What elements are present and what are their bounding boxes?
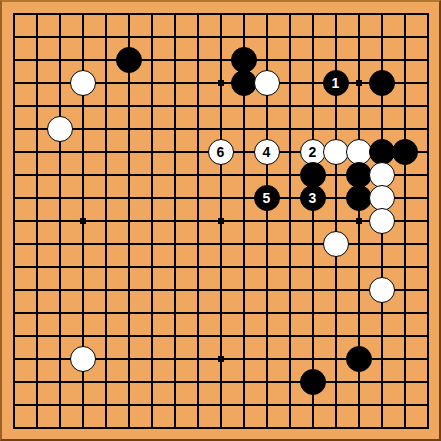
- board-cell[interactable]: [232, 48, 255, 71]
- board-cell[interactable]: [163, 416, 186, 439]
- board-cell[interactable]: [232, 94, 255, 117]
- board-cell[interactable]: [370, 94, 393, 117]
- board-cell[interactable]: [48, 186, 71, 209]
- board-cell[interactable]: [301, 416, 324, 439]
- board-cell[interactable]: [186, 117, 209, 140]
- board-cell[interactable]: [324, 370, 347, 393]
- board-cell[interactable]: [209, 347, 232, 370]
- board-cell[interactable]: [94, 301, 117, 324]
- board-cell[interactable]: [71, 416, 94, 439]
- board-cell[interactable]: [416, 48, 439, 71]
- board-cell[interactable]: [416, 324, 439, 347]
- board-cell[interactable]: [2, 393, 25, 416]
- board-cell[interactable]: [2, 48, 25, 71]
- board-cell[interactable]: [186, 255, 209, 278]
- board-cell[interactable]: [232, 2, 255, 25]
- board-cell[interactable]: [25, 324, 48, 347]
- board-cell[interactable]: [347, 25, 370, 48]
- board-cell[interactable]: [416, 416, 439, 439]
- board-cell[interactable]: [117, 140, 140, 163]
- board-cell[interactable]: [117, 163, 140, 186]
- board-cell[interactable]: [163, 186, 186, 209]
- board-cell[interactable]: [71, 232, 94, 255]
- board-cell[interactable]: [71, 94, 94, 117]
- board-cell[interactable]: [370, 48, 393, 71]
- board-cell[interactable]: [71, 324, 94, 347]
- board-cell[interactable]: [232, 71, 255, 94]
- board-cell[interactable]: [370, 416, 393, 439]
- board-cell[interactable]: [25, 71, 48, 94]
- board-cell[interactable]: [2, 163, 25, 186]
- board-cell[interactable]: [140, 163, 163, 186]
- board-cell[interactable]: [324, 347, 347, 370]
- board-cell[interactable]: [94, 370, 117, 393]
- board-cell[interactable]: [117, 25, 140, 48]
- board-cell[interactable]: [71, 163, 94, 186]
- board-cell[interactable]: [71, 370, 94, 393]
- board-cell[interactable]: [209, 393, 232, 416]
- board-cell[interactable]: [186, 186, 209, 209]
- board-cell[interactable]: [232, 163, 255, 186]
- board-cell[interactable]: [186, 71, 209, 94]
- board-cell[interactable]: [393, 324, 416, 347]
- board-cell[interactable]: [301, 255, 324, 278]
- board-cell[interactable]: [163, 48, 186, 71]
- board-cell[interactable]: [416, 2, 439, 25]
- board-cell[interactable]: [301, 71, 324, 94]
- board-cell[interactable]: [48, 347, 71, 370]
- board-cell[interactable]: [370, 347, 393, 370]
- board-cell[interactable]: [140, 48, 163, 71]
- board-cell[interactable]: [186, 140, 209, 163]
- board-cell[interactable]: [163, 255, 186, 278]
- board-cell[interactable]: [209, 370, 232, 393]
- board-cell[interactable]: [209, 209, 232, 232]
- board-cell[interactable]: [186, 94, 209, 117]
- board-cell[interactable]: [370, 324, 393, 347]
- board-cell[interactable]: [232, 117, 255, 140]
- board-cell[interactable]: [2, 140, 25, 163]
- board-cell[interactable]: [255, 48, 278, 71]
- board-cell[interactable]: [209, 2, 232, 25]
- board-cell[interactable]: [71, 347, 94, 370]
- board-cell[interactable]: [186, 25, 209, 48]
- board-cell[interactable]: 4: [255, 140, 278, 163]
- board-cell[interactable]: [347, 186, 370, 209]
- board-cell[interactable]: [71, 48, 94, 71]
- board-cell[interactable]: [301, 301, 324, 324]
- board-cell[interactable]: [278, 163, 301, 186]
- board-cell[interactable]: [163, 347, 186, 370]
- board-cell[interactable]: [301, 278, 324, 301]
- board-cell[interactable]: [255, 209, 278, 232]
- board-cell[interactable]: [370, 370, 393, 393]
- board-cell[interactable]: [186, 416, 209, 439]
- board-cell[interactable]: [347, 416, 370, 439]
- board-cell[interactable]: [94, 163, 117, 186]
- board-cell[interactable]: [416, 117, 439, 140]
- board-cell[interactable]: [117, 209, 140, 232]
- board-cell[interactable]: [71, 301, 94, 324]
- board-cell[interactable]: [393, 278, 416, 301]
- board-cell[interactable]: [232, 324, 255, 347]
- board-cell[interactable]: [209, 71, 232, 94]
- board-cell[interactable]: [324, 301, 347, 324]
- board-cell[interactable]: [393, 393, 416, 416]
- board-cell[interactable]: [48, 209, 71, 232]
- board-cell[interactable]: 2: [301, 140, 324, 163]
- board-cell[interactable]: [278, 209, 301, 232]
- board-cell[interactable]: [393, 255, 416, 278]
- board-cell[interactable]: [71, 117, 94, 140]
- board-cell[interactable]: [140, 324, 163, 347]
- board-cell[interactable]: [301, 232, 324, 255]
- board-cell[interactable]: [416, 301, 439, 324]
- board-cell[interactable]: [255, 25, 278, 48]
- board-cell[interactable]: [48, 393, 71, 416]
- board-cell[interactable]: [393, 94, 416, 117]
- board-cell[interactable]: [301, 347, 324, 370]
- board-cell[interactable]: 5: [255, 186, 278, 209]
- board-cell[interactable]: [393, 117, 416, 140]
- board-cell[interactable]: [278, 393, 301, 416]
- board-cell[interactable]: [393, 71, 416, 94]
- board-cell[interactable]: [2, 25, 25, 48]
- board-cell[interactable]: [324, 48, 347, 71]
- board-cell[interactable]: [232, 232, 255, 255]
- board-cell[interactable]: [94, 140, 117, 163]
- board-cell[interactable]: [278, 301, 301, 324]
- board-cell[interactable]: [347, 209, 370, 232]
- board-cell[interactable]: [2, 71, 25, 94]
- board-cell[interactable]: [25, 232, 48, 255]
- board-cell[interactable]: [416, 393, 439, 416]
- board-cell[interactable]: [186, 324, 209, 347]
- board-cell[interactable]: [2, 255, 25, 278]
- board-cell[interactable]: [48, 140, 71, 163]
- board-cell[interactable]: [301, 324, 324, 347]
- board-cell[interactable]: [94, 117, 117, 140]
- board-cell[interactable]: [393, 370, 416, 393]
- board-cell[interactable]: [301, 370, 324, 393]
- board-cell[interactable]: [232, 393, 255, 416]
- board-cell[interactable]: [25, 186, 48, 209]
- board-cell[interactable]: [209, 117, 232, 140]
- board-cell[interactable]: [48, 163, 71, 186]
- board-cell[interactable]: [416, 370, 439, 393]
- board-cell[interactable]: [25, 25, 48, 48]
- board-cell[interactable]: [416, 209, 439, 232]
- board-cell[interactable]: [140, 209, 163, 232]
- board-cell[interactable]: [347, 48, 370, 71]
- board-cell[interactable]: [347, 278, 370, 301]
- board-cell[interactable]: [48, 416, 71, 439]
- board-cell[interactable]: [370, 71, 393, 94]
- board-cell[interactable]: [163, 117, 186, 140]
- board-cell[interactable]: [117, 416, 140, 439]
- board-cell[interactable]: [370, 2, 393, 25]
- board-cell[interactable]: [232, 370, 255, 393]
- board-cell[interactable]: [94, 209, 117, 232]
- board-cell[interactable]: [186, 347, 209, 370]
- board-cell[interactable]: [232, 416, 255, 439]
- board-cell[interactable]: [140, 301, 163, 324]
- board-cell[interactable]: [232, 301, 255, 324]
- board-cell[interactable]: [232, 140, 255, 163]
- board-cell[interactable]: [94, 416, 117, 439]
- board-cell[interactable]: [48, 301, 71, 324]
- board-cell[interactable]: [416, 278, 439, 301]
- board-cell[interactable]: [255, 347, 278, 370]
- board-cell[interactable]: [25, 416, 48, 439]
- board-cell[interactable]: [94, 278, 117, 301]
- board-cell[interactable]: [71, 25, 94, 48]
- board-cell[interactable]: [117, 232, 140, 255]
- board-cell[interactable]: [347, 393, 370, 416]
- board-cell[interactable]: [232, 278, 255, 301]
- board-cell[interactable]: [324, 209, 347, 232]
- board-cell[interactable]: [209, 255, 232, 278]
- board-cell[interactable]: [2, 347, 25, 370]
- board-cell[interactable]: [48, 370, 71, 393]
- board-cell[interactable]: [347, 232, 370, 255]
- board-cell[interactable]: [140, 25, 163, 48]
- board-cell[interactable]: [186, 163, 209, 186]
- board-cell[interactable]: [48, 232, 71, 255]
- board-cell[interactable]: [347, 2, 370, 25]
- board-cell[interactable]: [2, 278, 25, 301]
- board-cell[interactable]: [347, 347, 370, 370]
- board-cell[interactable]: [370, 393, 393, 416]
- board-cell[interactable]: [347, 255, 370, 278]
- board-cell[interactable]: [393, 140, 416, 163]
- board-cell[interactable]: [140, 2, 163, 25]
- board-cell[interactable]: [2, 324, 25, 347]
- board-cell[interactable]: [393, 186, 416, 209]
- board-cell[interactable]: [140, 393, 163, 416]
- board-cell[interactable]: [71, 209, 94, 232]
- board-cell[interactable]: [324, 255, 347, 278]
- board-cell[interactable]: [94, 347, 117, 370]
- board-cell[interactable]: [71, 255, 94, 278]
- board-cell[interactable]: [255, 278, 278, 301]
- board-cell[interactable]: [117, 48, 140, 71]
- board-cell[interactable]: [140, 117, 163, 140]
- board-cell[interactable]: [94, 232, 117, 255]
- board-cell[interactable]: [324, 2, 347, 25]
- board-cell[interactable]: [209, 163, 232, 186]
- board-cell[interactable]: [255, 2, 278, 25]
- board-cell[interactable]: [416, 232, 439, 255]
- board-cell[interactable]: [255, 117, 278, 140]
- board-cell[interactable]: [370, 232, 393, 255]
- board-cell[interactable]: [2, 232, 25, 255]
- board-cell[interactable]: [117, 255, 140, 278]
- board-cell[interactable]: [163, 278, 186, 301]
- board-cell[interactable]: [278, 25, 301, 48]
- board-cell[interactable]: [94, 71, 117, 94]
- board-cell[interactable]: [48, 2, 71, 25]
- board-cell[interactable]: [278, 347, 301, 370]
- board-cell[interactable]: [255, 416, 278, 439]
- board-cell[interactable]: [117, 370, 140, 393]
- board-cell[interactable]: [25, 301, 48, 324]
- board-cell[interactable]: [163, 2, 186, 25]
- board-cell[interactable]: [71, 278, 94, 301]
- board-cell[interactable]: [209, 232, 232, 255]
- board-cell[interactable]: [163, 232, 186, 255]
- board-cell[interactable]: [94, 255, 117, 278]
- board-cell[interactable]: [232, 255, 255, 278]
- board-cell[interactable]: [117, 186, 140, 209]
- board-cell[interactable]: [347, 301, 370, 324]
- board-cell[interactable]: [25, 94, 48, 117]
- board-cell[interactable]: [2, 94, 25, 117]
- board-cell[interactable]: [117, 71, 140, 94]
- board-cell[interactable]: [163, 209, 186, 232]
- board-cell[interactable]: [232, 25, 255, 48]
- board-cell[interactable]: [2, 209, 25, 232]
- board-cell[interactable]: [140, 186, 163, 209]
- board-cell[interactable]: [25, 347, 48, 370]
- board-cell[interactable]: [94, 324, 117, 347]
- board-cell[interactable]: [278, 94, 301, 117]
- board-cell[interactable]: [25, 255, 48, 278]
- board-cell[interactable]: [278, 278, 301, 301]
- board-cell[interactable]: [255, 370, 278, 393]
- board-cell[interactable]: [186, 301, 209, 324]
- board-cell[interactable]: [416, 94, 439, 117]
- board-cell[interactable]: [393, 301, 416, 324]
- board-cell[interactable]: [232, 347, 255, 370]
- board-cell[interactable]: [347, 71, 370, 94]
- board-cell[interactable]: [140, 94, 163, 117]
- board-cell[interactable]: [71, 393, 94, 416]
- board-cell[interactable]: [416, 347, 439, 370]
- board-cell[interactable]: [140, 232, 163, 255]
- board-cell[interactable]: [347, 117, 370, 140]
- board-cell[interactable]: [163, 370, 186, 393]
- board-cell[interactable]: [140, 278, 163, 301]
- board-cell[interactable]: [370, 140, 393, 163]
- board-cell[interactable]: [163, 94, 186, 117]
- board-cell[interactable]: [94, 2, 117, 25]
- board-cell[interactable]: [209, 25, 232, 48]
- board-cell[interactable]: 1: [324, 71, 347, 94]
- board-cell[interactable]: [117, 94, 140, 117]
- board-cell[interactable]: [163, 163, 186, 186]
- board-cell[interactable]: [186, 370, 209, 393]
- board-cell[interactable]: [163, 71, 186, 94]
- board-cell[interactable]: [370, 301, 393, 324]
- board-cell[interactable]: [278, 117, 301, 140]
- board-cell[interactable]: [48, 94, 71, 117]
- board-cell[interactable]: [2, 117, 25, 140]
- board-cell[interactable]: [25, 2, 48, 25]
- board-cell[interactable]: [324, 416, 347, 439]
- board-cell[interactable]: [324, 140, 347, 163]
- board-cell[interactable]: [324, 393, 347, 416]
- board-cell[interactable]: [140, 370, 163, 393]
- board-cell[interactable]: [393, 163, 416, 186]
- board-cell[interactable]: [255, 163, 278, 186]
- board-cell[interactable]: [278, 370, 301, 393]
- board-cell[interactable]: [117, 393, 140, 416]
- board-cell[interactable]: [255, 393, 278, 416]
- board-cell[interactable]: [278, 48, 301, 71]
- board-cell[interactable]: [301, 209, 324, 232]
- board-cell[interactable]: [255, 301, 278, 324]
- board-cell[interactable]: [71, 2, 94, 25]
- board-cell[interactable]: [71, 186, 94, 209]
- board-cell[interactable]: [163, 140, 186, 163]
- board-cell[interactable]: [370, 255, 393, 278]
- board-cell[interactable]: [324, 163, 347, 186]
- board-cell[interactable]: [25, 393, 48, 416]
- board-cell[interactable]: [48, 324, 71, 347]
- board-cell[interactable]: [2, 301, 25, 324]
- board-cell[interactable]: [393, 25, 416, 48]
- board-cell[interactable]: [163, 25, 186, 48]
- board-cell[interactable]: [117, 347, 140, 370]
- board-cell[interactable]: [393, 232, 416, 255]
- board-cell[interactable]: [140, 71, 163, 94]
- board-cell[interactable]: [416, 163, 439, 186]
- board-cell[interactable]: [140, 347, 163, 370]
- board-cell[interactable]: [209, 416, 232, 439]
- board-cell[interactable]: [301, 94, 324, 117]
- board-cell[interactable]: [209, 278, 232, 301]
- board-cell[interactable]: [393, 2, 416, 25]
- board-cell[interactable]: [186, 393, 209, 416]
- board-cell[interactable]: [324, 117, 347, 140]
- board-cell[interactable]: [25, 370, 48, 393]
- board-cell[interactable]: [370, 25, 393, 48]
- board-cell[interactable]: [2, 370, 25, 393]
- board-cell[interactable]: [186, 48, 209, 71]
- board-cell[interactable]: [301, 48, 324, 71]
- board-cell[interactable]: [186, 278, 209, 301]
- board-cell[interactable]: [416, 255, 439, 278]
- board-cell[interactable]: [163, 393, 186, 416]
- board-cell[interactable]: [25, 117, 48, 140]
- board-cell[interactable]: [48, 48, 71, 71]
- board-cell[interactable]: [94, 25, 117, 48]
- board-cell[interactable]: [48, 278, 71, 301]
- board-cell[interactable]: [209, 301, 232, 324]
- board-cell[interactable]: [278, 140, 301, 163]
- board-cell[interactable]: [370, 117, 393, 140]
- board-cell[interactable]: [25, 163, 48, 186]
- board-cell[interactable]: [301, 2, 324, 25]
- board-cell[interactable]: [163, 301, 186, 324]
- board-cell[interactable]: [393, 416, 416, 439]
- board-cell[interactable]: [416, 186, 439, 209]
- board-cell[interactable]: [370, 209, 393, 232]
- board-cell[interactable]: [48, 25, 71, 48]
- board-cell[interactable]: [140, 416, 163, 439]
- board-cell[interactable]: [347, 140, 370, 163]
- board-cell[interactable]: [117, 278, 140, 301]
- board-cell[interactable]: [324, 232, 347, 255]
- board-cell[interactable]: [209, 324, 232, 347]
- board-cell[interactable]: [25, 209, 48, 232]
- board-cell[interactable]: [71, 71, 94, 94]
- board-cell[interactable]: [2, 2, 25, 25]
- board-cell[interactable]: [232, 186, 255, 209]
- board-cell[interactable]: [255, 71, 278, 94]
- board-cell[interactable]: [48, 117, 71, 140]
